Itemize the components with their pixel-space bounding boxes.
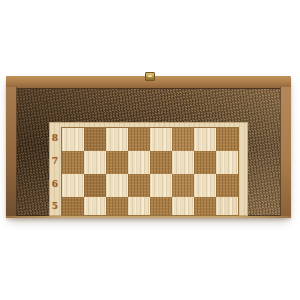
- box-left-edge: [6, 87, 17, 218]
- square-c6[interactable]: [106, 174, 128, 197]
- box-bottom-edge: [6, 216, 291, 218]
- board-inset: 8765: [49, 122, 248, 216]
- rank-labels: 8765: [49, 127, 61, 216]
- square-a5[interactable]: [62, 197, 84, 216]
- square-e7[interactable]: [150, 151, 172, 174]
- square-f8[interactable]: [172, 128, 194, 151]
- square-g8[interactable]: [194, 128, 216, 151]
- rank-label-7: 7: [49, 150, 61, 173]
- square-a6[interactable]: [62, 174, 84, 197]
- square-g6[interactable]: [194, 174, 216, 197]
- square-e8[interactable]: [150, 128, 172, 151]
- square-b5[interactable]: [84, 197, 106, 216]
- square-a7[interactable]: [62, 151, 84, 174]
- square-a8[interactable]: [62, 128, 84, 151]
- square-f7[interactable]: [172, 151, 194, 174]
- square-g7[interactable]: [194, 151, 216, 174]
- square-g5[interactable]: [194, 197, 216, 216]
- square-c7[interactable]: [106, 151, 128, 174]
- square-h8[interactable]: [216, 128, 238, 151]
- rank-label-6: 6: [49, 173, 61, 196]
- rank-label-8: 8: [49, 127, 61, 150]
- square-d5[interactable]: [128, 197, 150, 216]
- rank-label-5: 5: [49, 196, 61, 216]
- square-h5[interactable]: [216, 197, 238, 216]
- square-b8[interactable]: [84, 128, 106, 151]
- square-f6[interactable]: [172, 174, 194, 197]
- square-c8[interactable]: [106, 128, 128, 151]
- square-h7[interactable]: [216, 151, 238, 174]
- square-b7[interactable]: [84, 151, 106, 174]
- square-b6[interactable]: [84, 174, 106, 197]
- brass-clasp-icon: [145, 72, 155, 81]
- square-f5[interactable]: [172, 197, 194, 216]
- square-e5[interactable]: [150, 197, 172, 216]
- square-d6[interactable]: [128, 174, 150, 197]
- square-d8[interactable]: [128, 128, 150, 151]
- box-right-edge: [280, 87, 291, 218]
- square-e6[interactable]: [150, 174, 172, 197]
- board-grid: [61, 127, 239, 216]
- square-c5[interactable]: [106, 197, 128, 216]
- square-d7[interactable]: [128, 151, 150, 174]
- product-photo: 8765: [0, 0, 300, 300]
- square-h6[interactable]: [216, 174, 238, 197]
- chess-box: 8765: [6, 76, 291, 218]
